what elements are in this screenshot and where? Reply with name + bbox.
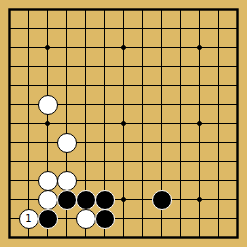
intersection-J5[interactable] [152, 152, 171, 171]
black-stone-C2[interactable] [38, 209, 58, 229]
intersection-B8[interactable] [19, 95, 38, 114]
intersections-grid: 1 [0, 0, 247, 247]
intersection-K9[interactable] [171, 76, 190, 95]
intersection-G12[interactable] [114, 19, 133, 38]
intersection-B7[interactable] [19, 114, 38, 133]
intersection-J10[interactable] [152, 57, 171, 76]
intersection-N10[interactable] [228, 57, 247, 76]
intersection-C6[interactable] [38, 133, 57, 152]
intersection-L8[interactable] [190, 95, 209, 114]
black-stone-D3[interactable] [57, 190, 77, 210]
intersection-C10[interactable] [38, 57, 57, 76]
intersection-L11[interactable] [190, 38, 209, 57]
intersection-H6[interactable] [133, 133, 152, 152]
intersection-J7[interactable] [152, 114, 171, 133]
black-stone-J3[interactable] [152, 190, 172, 210]
intersection-G3[interactable] [114, 190, 133, 209]
intersection-M1[interactable] [209, 228, 228, 247]
intersection-E6[interactable] [76, 133, 95, 152]
intersection-E4[interactable] [76, 171, 95, 190]
intersection-H1[interactable] [133, 228, 152, 247]
intersection-A8[interactable] [0, 95, 19, 114]
white-stone-D4[interactable] [57, 171, 77, 191]
intersection-J8[interactable] [152, 95, 171, 114]
intersection-D6[interactable] [57, 133, 76, 152]
intersection-N6[interactable] [228, 133, 247, 152]
intersection-B1[interactable] [19, 228, 38, 247]
intersection-J3[interactable] [152, 190, 171, 209]
intersection-D9[interactable] [57, 76, 76, 95]
intersection-A6[interactable] [0, 133, 19, 152]
intersection-D5[interactable] [57, 152, 76, 171]
intersection-H3[interactable] [133, 190, 152, 209]
intersection-B9[interactable] [19, 76, 38, 95]
intersection-N12[interactable] [228, 19, 247, 38]
intersection-F3[interactable] [95, 190, 114, 209]
intersection-L10[interactable] [190, 57, 209, 76]
intersection-H7[interactable] [133, 114, 152, 133]
intersection-C7[interactable] [38, 114, 57, 133]
white-stone-C3[interactable] [38, 190, 58, 210]
intersection-M4[interactable] [209, 171, 228, 190]
intersection-K5[interactable] [171, 152, 190, 171]
intersection-D11[interactable] [57, 38, 76, 57]
intersection-L13[interactable] [190, 0, 209, 19]
black-stone-E3[interactable] [76, 190, 96, 210]
intersection-A4[interactable] [0, 171, 19, 190]
intersection-M8[interactable] [209, 95, 228, 114]
intersection-A7[interactable] [0, 114, 19, 133]
intersection-J9[interactable] [152, 76, 171, 95]
intersection-A2[interactable] [0, 209, 19, 228]
intersection-E12[interactable] [76, 19, 95, 38]
intersection-H12[interactable] [133, 19, 152, 38]
intersection-L12[interactable] [190, 19, 209, 38]
intersection-B3[interactable] [19, 190, 38, 209]
intersection-L4[interactable] [190, 171, 209, 190]
intersection-A10[interactable] [0, 57, 19, 76]
intersection-A11[interactable] [0, 38, 19, 57]
intersection-E1[interactable] [76, 228, 95, 247]
intersection-M2[interactable] [209, 209, 228, 228]
white-stone-D6[interactable] [57, 133, 77, 153]
intersection-H8[interactable] [133, 95, 152, 114]
intersection-F13[interactable] [95, 0, 114, 19]
intersection-D13[interactable] [57, 0, 76, 19]
intersection-N7[interactable] [228, 114, 247, 133]
intersection-G9[interactable] [114, 76, 133, 95]
intersection-N13[interactable] [228, 0, 247, 19]
intersection-N5[interactable] [228, 152, 247, 171]
white-stone-C4[interactable] [38, 171, 58, 191]
intersection-L1[interactable] [190, 228, 209, 247]
intersection-B4[interactable] [19, 171, 38, 190]
intersection-C4[interactable] [38, 171, 57, 190]
intersection-E13[interactable] [76, 0, 95, 19]
intersection-B6[interactable] [19, 133, 38, 152]
intersection-G1[interactable] [114, 228, 133, 247]
white-stone-E2[interactable] [76, 209, 96, 229]
intersection-K1[interactable] [171, 228, 190, 247]
intersection-F5[interactable] [95, 152, 114, 171]
intersection-K11[interactable] [171, 38, 190, 57]
intersection-C1[interactable] [38, 228, 57, 247]
intersection-F10[interactable] [95, 57, 114, 76]
intersection-B13[interactable] [19, 0, 38, 19]
intersection-H11[interactable] [133, 38, 152, 57]
intersection-M10[interactable] [209, 57, 228, 76]
intersection-M9[interactable] [209, 76, 228, 95]
intersection-G6[interactable] [114, 133, 133, 152]
intersection-G2[interactable] [114, 209, 133, 228]
intersection-M5[interactable] [209, 152, 228, 171]
intersection-H10[interactable] [133, 57, 152, 76]
move-number-label: 1 [25, 214, 31, 224]
intersection-A1[interactable] [0, 228, 19, 247]
intersection-C5[interactable] [38, 152, 57, 171]
intersection-D8[interactable] [57, 95, 76, 114]
intersection-J12[interactable] [152, 19, 171, 38]
intersection-H9[interactable] [133, 76, 152, 95]
intersection-A9[interactable] [0, 76, 19, 95]
intersection-G10[interactable] [114, 57, 133, 76]
intersection-L2[interactable] [190, 209, 209, 228]
intersection-H5[interactable] [133, 152, 152, 171]
intersection-D4[interactable] [57, 171, 76, 190]
intersection-C11[interactable] [38, 38, 57, 57]
intersection-L5[interactable] [190, 152, 209, 171]
intersection-K12[interactable] [171, 19, 190, 38]
intersection-E3[interactable] [76, 190, 95, 209]
intersection-E7[interactable] [76, 114, 95, 133]
black-stone-F3[interactable] [95, 190, 115, 210]
intersection-K13[interactable] [171, 0, 190, 19]
intersection-L6[interactable] [190, 133, 209, 152]
intersection-K8[interactable] [171, 95, 190, 114]
black-stone-F2[interactable] [95, 209, 115, 229]
intersection-F11[interactable] [95, 38, 114, 57]
intersection-D3[interactable] [57, 190, 76, 209]
intersection-E8[interactable] [76, 95, 95, 114]
intersection-K10[interactable] [171, 57, 190, 76]
intersection-B10[interactable] [19, 57, 38, 76]
intersection-C12[interactable] [38, 19, 57, 38]
intersection-M6[interactable] [209, 133, 228, 152]
intersection-L9[interactable] [190, 76, 209, 95]
intersection-K2[interactable] [171, 209, 190, 228]
intersection-B2[interactable]: 1 [19, 209, 38, 228]
white-stone-C8[interactable] [38, 95, 58, 115]
intersection-J11[interactable] [152, 38, 171, 57]
intersection-C8[interactable] [38, 95, 57, 114]
intersection-B12[interactable] [19, 19, 38, 38]
intersection-C13[interactable] [38, 0, 57, 19]
intersection-A3[interactable] [0, 190, 19, 209]
intersection-H13[interactable] [133, 0, 152, 19]
intersection-N2[interactable] [228, 209, 247, 228]
intersection-A12[interactable] [0, 19, 19, 38]
intersection-G4[interactable] [114, 171, 133, 190]
intersection-E10[interactable] [76, 57, 95, 76]
intersection-L7[interactable] [190, 114, 209, 133]
intersection-N3[interactable] [228, 190, 247, 209]
intersection-H2[interactable] [133, 209, 152, 228]
intersection-E9[interactable] [76, 76, 95, 95]
intersection-C2[interactable] [38, 209, 57, 228]
intersection-C9[interactable] [38, 76, 57, 95]
intersection-G7[interactable] [114, 114, 133, 133]
intersection-E5[interactable] [76, 152, 95, 171]
intersection-N8[interactable] [228, 95, 247, 114]
intersection-D12[interactable] [57, 19, 76, 38]
intersection-J4[interactable] [152, 171, 171, 190]
intersection-G11[interactable] [114, 38, 133, 57]
intersection-M11[interactable] [209, 38, 228, 57]
intersection-G8[interactable] [114, 95, 133, 114]
intersection-J2[interactable] [152, 209, 171, 228]
intersection-E11[interactable] [76, 38, 95, 57]
intersection-A13[interactable] [0, 0, 19, 19]
intersection-M3[interactable] [209, 190, 228, 209]
intersection-B5[interactable] [19, 152, 38, 171]
intersection-F4[interactable] [95, 171, 114, 190]
intersection-K3[interactable] [171, 190, 190, 209]
intersection-D2[interactable] [57, 209, 76, 228]
intersection-J13[interactable] [152, 0, 171, 19]
intersection-H4[interactable] [133, 171, 152, 190]
intersection-C3[interactable] [38, 190, 57, 209]
intersection-F6[interactable] [95, 133, 114, 152]
intersection-L3[interactable] [190, 190, 209, 209]
intersection-N1[interactable] [228, 228, 247, 247]
intersection-E2[interactable] [76, 209, 95, 228]
intersection-F9[interactable] [95, 76, 114, 95]
intersection-K4[interactable] [171, 171, 190, 190]
intersection-J1[interactable] [152, 228, 171, 247]
intersection-G13[interactable] [114, 0, 133, 19]
intersection-K7[interactable] [171, 114, 190, 133]
white-stone-B2[interactable]: 1 [19, 209, 39, 229]
intersection-J6[interactable] [152, 133, 171, 152]
intersection-D7[interactable] [57, 114, 76, 133]
intersection-D10[interactable] [57, 57, 76, 76]
intersection-F12[interactable] [95, 19, 114, 38]
intersection-K6[interactable] [171, 133, 190, 152]
intersection-M7[interactable] [209, 114, 228, 133]
intersection-A5[interactable] [0, 152, 19, 171]
intersection-D1[interactable] [57, 228, 76, 247]
intersection-G5[interactable] [114, 152, 133, 171]
intersection-B11[interactable] [19, 38, 38, 57]
intersection-F7[interactable] [95, 114, 114, 133]
intersection-F1[interactable] [95, 228, 114, 247]
go-board: 1 [0, 0, 247, 247]
intersection-F8[interactable] [95, 95, 114, 114]
intersection-N4[interactable] [228, 171, 247, 190]
intersection-F2[interactable] [95, 209, 114, 228]
intersection-N9[interactable] [228, 76, 247, 95]
intersection-M13[interactable] [209, 0, 228, 19]
intersection-M12[interactable] [209, 19, 228, 38]
intersection-N11[interactable] [228, 38, 247, 57]
